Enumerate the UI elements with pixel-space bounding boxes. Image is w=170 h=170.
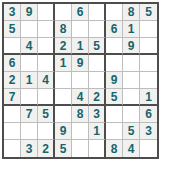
sudoku-cell[interactable]	[55, 106, 72, 123]
sudoku-cell[interactable]: 5	[140, 4, 157, 21]
sudoku-cell[interactable]: 6	[72, 4, 89, 21]
sudoku-cell[interactable]	[89, 4, 106, 21]
sudoku-cell[interactable]: 7	[21, 106, 38, 123]
sudoku-cell[interactable]	[106, 106, 123, 123]
sudoku-cell[interactable]	[38, 89, 55, 106]
sudoku-cell[interactable]	[4, 38, 21, 55]
sudoku-cell[interactable]	[140, 21, 157, 38]
sudoku-cell[interactable]: 6	[106, 21, 123, 38]
sudoku-cell[interactable]	[21, 89, 38, 106]
sudoku-cell[interactable]	[4, 123, 21, 140]
sudoku-cell[interactable]	[106, 55, 123, 72]
sudoku-cell[interactable]	[4, 140, 21, 157]
sudoku-cell[interactable]: 9	[106, 72, 123, 89]
sudoku-cell[interactable]: 4	[123, 140, 140, 157]
sudoku-cell[interactable]	[89, 140, 106, 157]
sudoku-cell[interactable]	[4, 106, 21, 123]
sudoku-cell[interactable]	[21, 55, 38, 72]
sudoku-cell[interactable]	[72, 21, 89, 38]
sudoku-cell[interactable]: 3	[140, 123, 157, 140]
sudoku-cell[interactable]: 8	[72, 106, 89, 123]
sudoku-cell[interactable]	[72, 140, 89, 157]
sudoku-cell[interactable]	[140, 38, 157, 55]
sudoku-cell[interactable]: 1	[89, 123, 106, 140]
sudoku-cell[interactable]: 1	[72, 38, 89, 55]
sudoku-cell[interactable]	[123, 72, 140, 89]
sudoku-cell[interactable]: 8	[106, 140, 123, 157]
sudoku-cell[interactable]	[123, 89, 140, 106]
sudoku-cell[interactable]	[21, 21, 38, 38]
sudoku-cell[interactable]: 3	[21, 140, 38, 157]
sudoku-cell[interactable]	[55, 72, 72, 89]
sudoku-cell[interactable]: 4	[21, 38, 38, 55]
sudoku-cell[interactable]	[38, 38, 55, 55]
sudoku-cell[interactable]: 5	[89, 38, 106, 55]
sudoku-cell[interactable]: 2	[38, 140, 55, 157]
sudoku-cell[interactable]: 5	[106, 89, 123, 106]
sudoku-cell[interactable]: 5	[123, 123, 140, 140]
sudoku-cell[interactable]	[38, 4, 55, 21]
sudoku-cell[interactable]: 3	[4, 4, 21, 21]
sudoku-cell[interactable]: 3	[89, 106, 106, 123]
sudoku-cell[interactable]: 2	[55, 38, 72, 55]
sudoku-cell[interactable]	[38, 123, 55, 140]
sudoku-cell[interactable]: 1	[140, 89, 157, 106]
sudoku-cell[interactable]: 1	[123, 21, 140, 38]
sudoku-cell[interactable]: 2	[89, 89, 106, 106]
sudoku-cell[interactable]	[140, 55, 157, 72]
sudoku-cell[interactable]	[89, 21, 106, 38]
sudoku-board: 3968558614215961921497425175836915332584	[2, 2, 159, 159]
sudoku-cell[interactable]: 5	[55, 140, 72, 157]
sudoku-cell[interactable]: 1	[21, 72, 38, 89]
sudoku-cell[interactable]	[89, 55, 106, 72]
sudoku-cell[interactable]: 9	[21, 4, 38, 21]
sudoku-cell[interactable]	[38, 55, 55, 72]
sudoku-cell[interactable]: 2	[4, 72, 21, 89]
sudoku-cell[interactable]	[21, 123, 38, 140]
sudoku-cell[interactable]	[140, 72, 157, 89]
sudoku-cell[interactable]: 5	[38, 106, 55, 123]
sudoku-cell[interactable]	[123, 106, 140, 123]
sudoku-cell[interactable]: 8	[55, 21, 72, 38]
sudoku-cell[interactable]: 4	[38, 72, 55, 89]
sudoku-cell[interactable]	[106, 123, 123, 140]
sudoku-cell[interactable]	[72, 123, 89, 140]
sudoku-cell[interactable]: 8	[123, 4, 140, 21]
sudoku-cell[interactable]: 9	[55, 123, 72, 140]
sudoku-cell[interactable]: 5	[4, 21, 21, 38]
sudoku-cell[interactable]: 1	[55, 55, 72, 72]
sudoku-cell[interactable]	[55, 4, 72, 21]
sudoku-cell[interactable]: 9	[72, 55, 89, 72]
sudoku-board-wrapper: 3968558614215961921497425175836915332584	[0, 0, 170, 161]
sudoku-cell[interactable]	[55, 89, 72, 106]
sudoku-cell[interactable]	[106, 4, 123, 21]
sudoku-cell[interactable]	[123, 55, 140, 72]
sudoku-cell[interactable]: 9	[123, 38, 140, 55]
sudoku-cell[interactable]: 6	[4, 55, 21, 72]
sudoku-cell[interactable]	[106, 38, 123, 55]
sudoku-cell[interactable]: 7	[4, 89, 21, 106]
sudoku-cell[interactable]	[72, 72, 89, 89]
sudoku-cell[interactable]	[140, 140, 157, 157]
sudoku-cell[interactable]	[89, 72, 106, 89]
sudoku-cell[interactable]: 4	[72, 89, 89, 106]
sudoku-cell[interactable]	[38, 21, 55, 38]
sudoku-cell[interactable]: 6	[140, 106, 157, 123]
